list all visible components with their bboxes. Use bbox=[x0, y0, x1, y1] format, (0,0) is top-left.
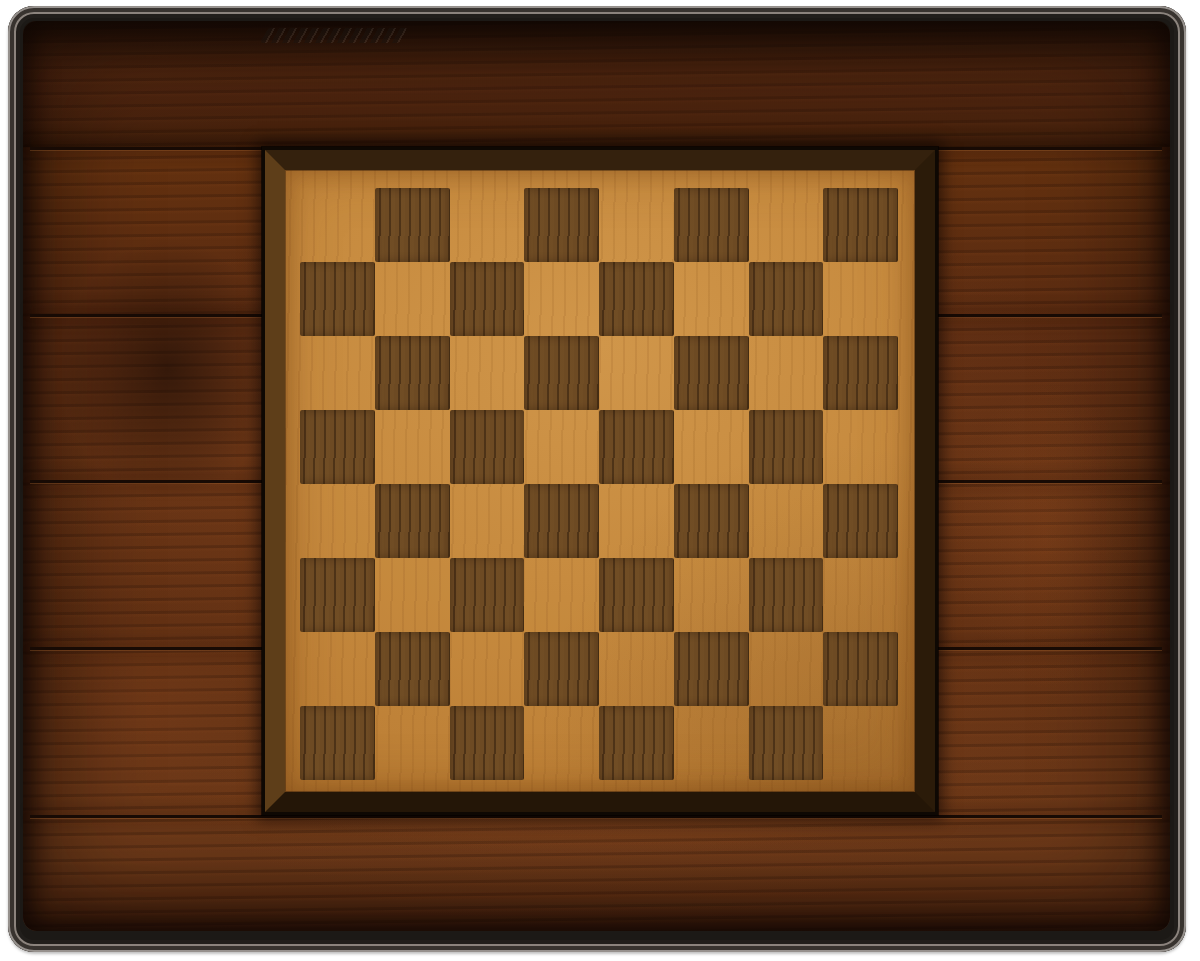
square-d2[interactable] bbox=[524, 632, 599, 706]
square-c7[interactable] bbox=[450, 262, 525, 336]
square-h1[interactable] bbox=[823, 706, 898, 780]
square-e2[interactable] bbox=[599, 632, 674, 706]
square-c5[interactable] bbox=[450, 410, 525, 484]
square-e6[interactable] bbox=[599, 336, 674, 410]
wood-shading-right bbox=[920, 321, 1150, 751]
square-d5[interactable] bbox=[524, 410, 599, 484]
square-e3[interactable] bbox=[599, 558, 674, 632]
square-a8[interactable] bbox=[300, 188, 375, 262]
square-a1[interactable] bbox=[300, 706, 375, 780]
square-f1[interactable] bbox=[674, 706, 749, 780]
square-d3[interactable] bbox=[524, 558, 599, 632]
chess-board-grid bbox=[300, 188, 898, 780]
square-a6[interactable] bbox=[300, 336, 375, 410]
square-c6[interactable] bbox=[450, 336, 525, 410]
square-g2[interactable] bbox=[749, 632, 824, 706]
square-h6[interactable] bbox=[823, 336, 898, 410]
square-d6[interactable] bbox=[524, 336, 599, 410]
game-table bbox=[8, 6, 1186, 952]
square-f2[interactable] bbox=[674, 632, 749, 706]
square-c3[interactable] bbox=[450, 558, 525, 632]
square-c8[interactable] bbox=[450, 188, 525, 262]
square-e5[interactable] bbox=[599, 410, 674, 484]
square-f4[interactable] bbox=[674, 484, 749, 558]
square-a7[interactable] bbox=[300, 262, 375, 336]
square-a4[interactable] bbox=[300, 484, 375, 558]
square-b6[interactable] bbox=[375, 336, 450, 410]
square-b2[interactable] bbox=[375, 632, 450, 706]
square-f7[interactable] bbox=[674, 262, 749, 336]
plank-seam bbox=[30, 815, 1162, 818]
square-d7[interactable] bbox=[524, 262, 599, 336]
square-d4[interactable] bbox=[524, 484, 599, 558]
square-g4[interactable] bbox=[749, 484, 824, 558]
square-f3[interactable] bbox=[674, 558, 749, 632]
square-a5[interactable] bbox=[300, 410, 375, 484]
rim-scuff-marks bbox=[260, 28, 408, 43]
square-g7[interactable] bbox=[749, 262, 824, 336]
square-g8[interactable] bbox=[749, 188, 824, 262]
wood-shading-top bbox=[23, 21, 1170, 147]
square-g1[interactable] bbox=[749, 706, 824, 780]
square-b1[interactable] bbox=[375, 706, 450, 780]
square-c2[interactable] bbox=[450, 632, 525, 706]
square-d8[interactable] bbox=[524, 188, 599, 262]
square-h2[interactable] bbox=[823, 632, 898, 706]
square-e1[interactable] bbox=[599, 706, 674, 780]
square-e8[interactable] bbox=[599, 188, 674, 262]
square-h8[interactable] bbox=[823, 188, 898, 262]
square-a3[interactable] bbox=[300, 558, 375, 632]
square-b8[interactable] bbox=[375, 188, 450, 262]
square-d1[interactable] bbox=[524, 706, 599, 780]
square-c4[interactable] bbox=[450, 484, 525, 558]
board-panel bbox=[262, 147, 938, 815]
square-h4[interactable] bbox=[823, 484, 898, 558]
square-b4[interactable] bbox=[375, 484, 450, 558]
square-h7[interactable] bbox=[823, 262, 898, 336]
square-a2[interactable] bbox=[300, 632, 375, 706]
square-b7[interactable] bbox=[375, 262, 450, 336]
square-f6[interactable] bbox=[674, 336, 749, 410]
board-surface bbox=[285, 170, 915, 792]
square-g6[interactable] bbox=[749, 336, 824, 410]
square-e4[interactable] bbox=[599, 484, 674, 558]
square-f5[interactable] bbox=[674, 410, 749, 484]
square-h5[interactable] bbox=[823, 410, 898, 484]
square-c1[interactable] bbox=[450, 706, 525, 780]
square-g3[interactable] bbox=[749, 558, 824, 632]
square-b5[interactable] bbox=[375, 410, 450, 484]
page-background bbox=[0, 0, 1200, 961]
square-b3[interactable] bbox=[375, 558, 450, 632]
square-h3[interactable] bbox=[823, 558, 898, 632]
square-f8[interactable] bbox=[674, 188, 749, 262]
square-e7[interactable] bbox=[599, 262, 674, 336]
square-g5[interactable] bbox=[749, 410, 824, 484]
